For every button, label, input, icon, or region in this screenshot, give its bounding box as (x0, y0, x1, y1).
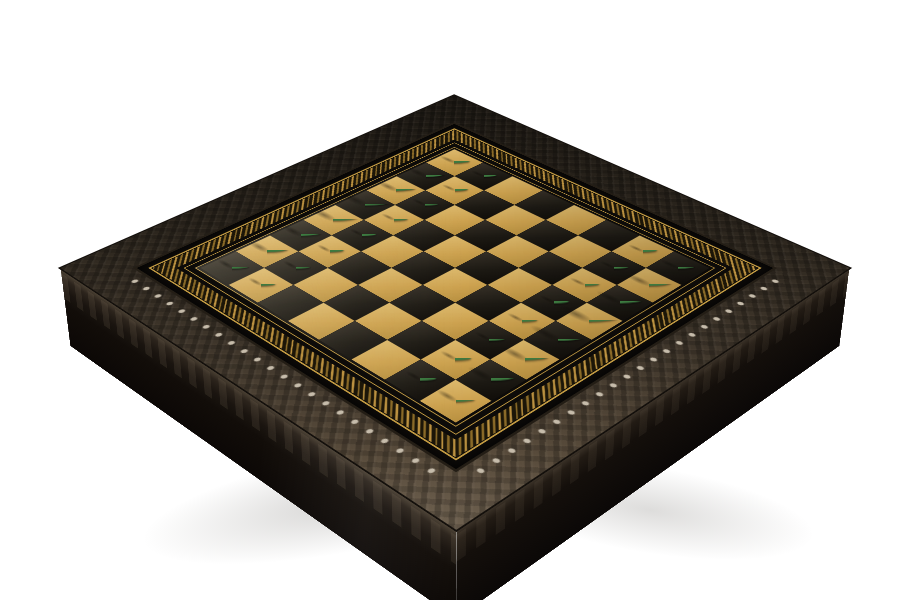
product-photo-scene: ♜♞♝♛♚♝♞♜♟♟♟♟♟♟♟♟♟♟♟♟♟♟♟♟♜♞♝♛♚♝♞♜ (0, 0, 900, 600)
piece-body: ♟ (234, 229, 287, 283)
rook-glyph: ♜ (420, 330, 491, 403)
piece-body: ♜ (420, 326, 491, 399)
chess-box: ♜♞♝♛♚♝♞♜♟♟♟♟♟♟♟♟♟♟♟♟♟♟♟♟♜♞♝♛♚♝♞♜ (60, 95, 849, 530)
perspective-stage: ♜♞♝♛♚♝♞♜♟♟♟♟♟♟♟♟♟♟♟♟♟♟♟♟♜♞♝♛♚♝♞♜ (0, 0, 900, 600)
pawn-glyph: ♟ (234, 232, 287, 286)
